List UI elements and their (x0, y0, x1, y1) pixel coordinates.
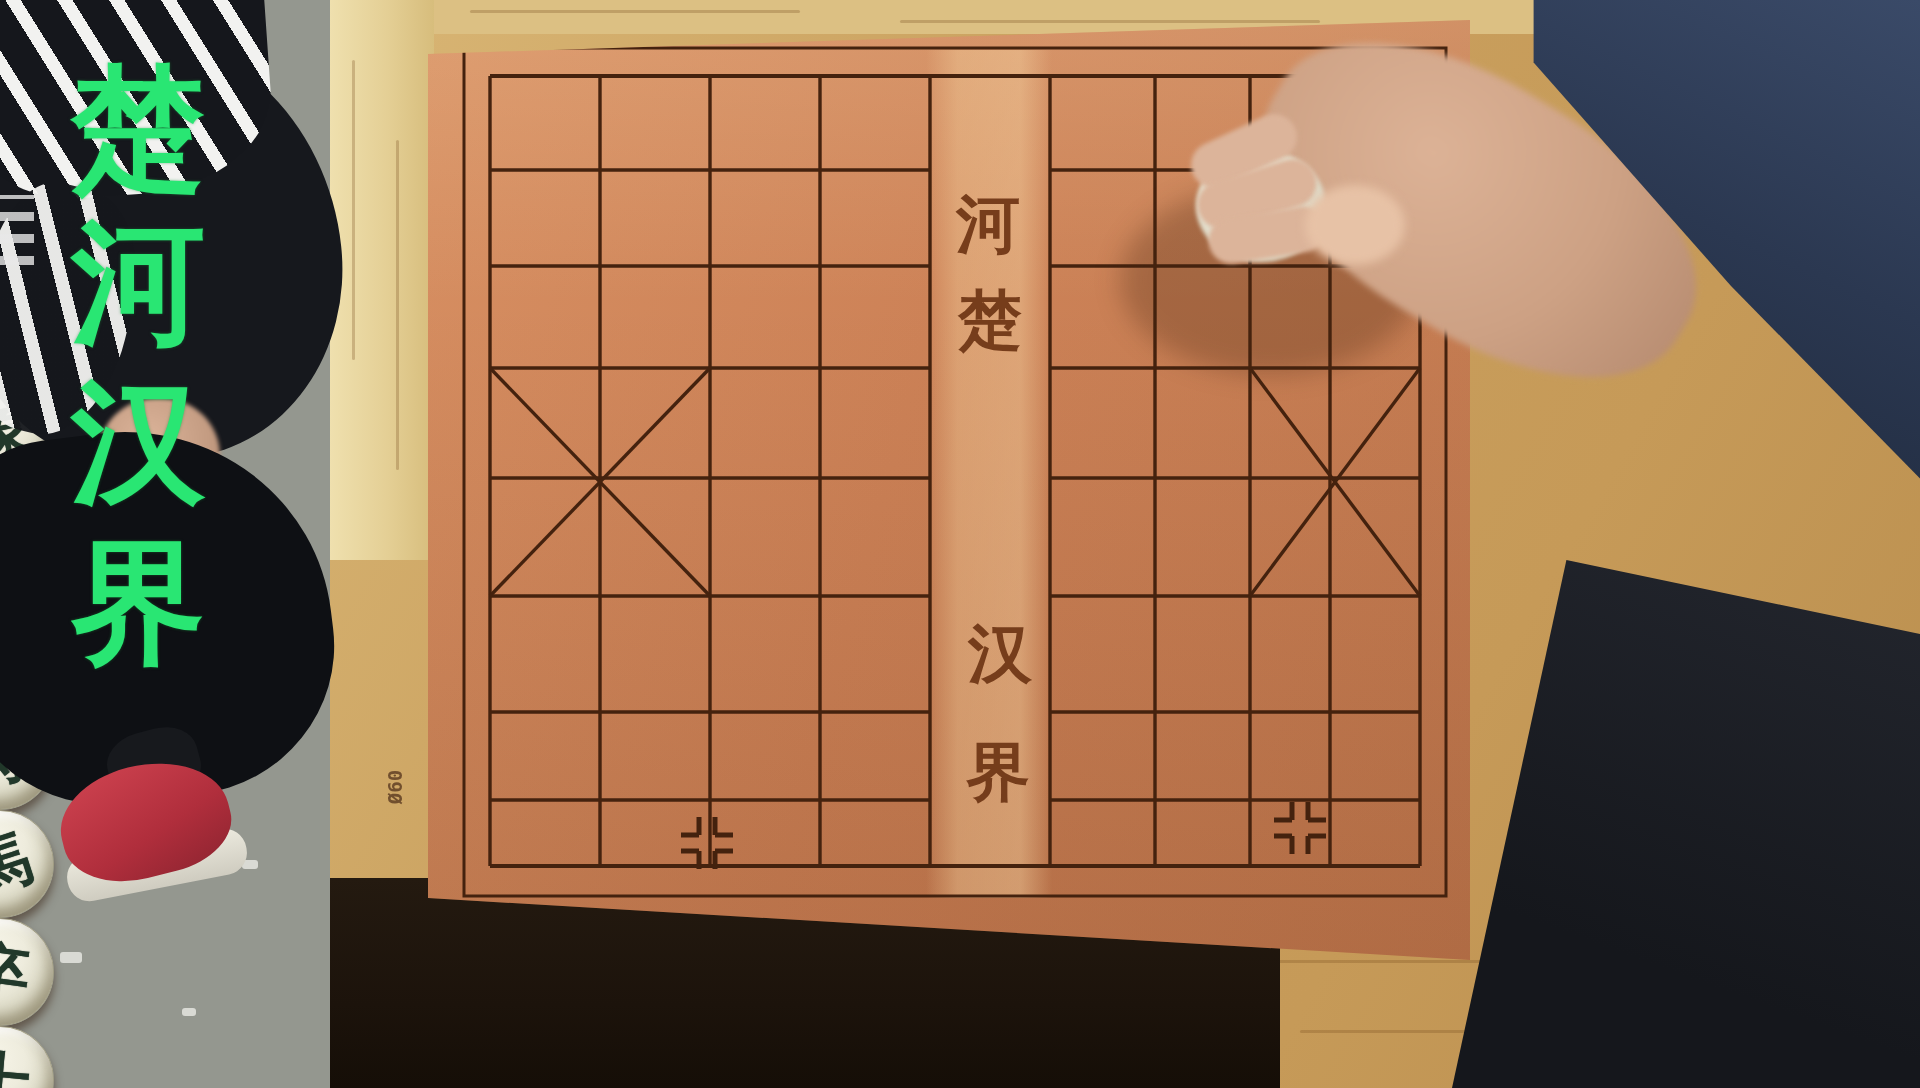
scene: 河楚汉界 Ø60 車馬卒炮象卒士将馬卒士象炮卒車兵車兵兵兵馬炮仕 楚河汉界 (0, 0, 1920, 1088)
piece-black-horse[interactable]: 馬 (0, 810, 54, 918)
piece-character: 士 (0, 1047, 33, 1088)
piece-black-advisor[interactable]: 士 (0, 1026, 54, 1088)
green-caption-char: 界 (71, 514, 205, 695)
piece-black-soldier[interactable]: 卒 (0, 918, 54, 1026)
green-caption-char: 汉 (71, 354, 205, 535)
jacket-logo-stripes (0, 195, 34, 265)
piece-character: 卒 (0, 938, 34, 1006)
green-caption-char: 河 (71, 194, 205, 375)
piece-character: 馬 (0, 826, 38, 902)
hand-knuckle (1305, 185, 1405, 265)
